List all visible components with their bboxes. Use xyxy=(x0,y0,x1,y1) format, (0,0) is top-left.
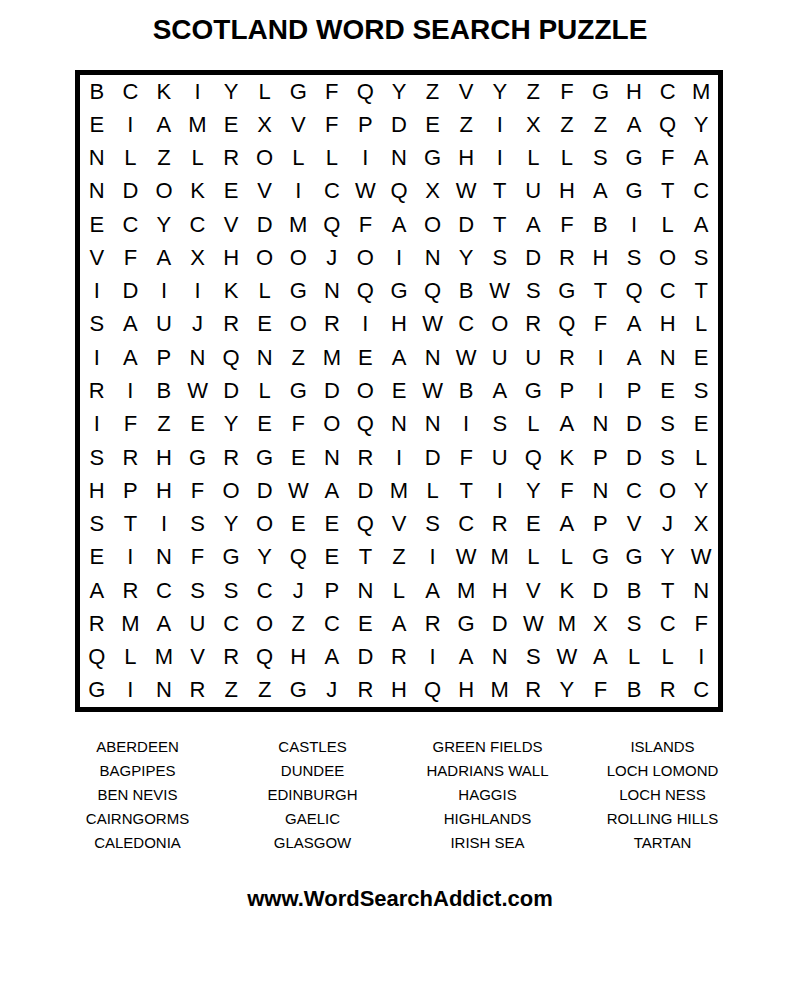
grid-cell-r16c11: A xyxy=(416,574,450,607)
grid-cell-r18c8: A xyxy=(315,640,349,673)
grid-cell-r12c5: R xyxy=(214,441,248,474)
grid-cell-r3c11: G xyxy=(416,142,450,175)
grid-cell-r16c16: D xyxy=(584,574,618,607)
grid-cell-r10c18: E xyxy=(651,374,685,407)
grid-cell-r7c18: C xyxy=(651,275,685,308)
grid-cell-r10c2: I xyxy=(114,374,148,407)
grid-cell-r14c14: E xyxy=(517,507,551,540)
grid-cell-r6c3: A xyxy=(147,241,181,274)
grid-cell-r4c9: W xyxy=(349,175,383,208)
grid-cell-r4c15: H xyxy=(550,175,584,208)
grid-cell-r18c15: W xyxy=(550,640,584,673)
grid-cell-r10c8: D xyxy=(315,374,349,407)
puzzle-letter-grid: BCKIYLGFQYZVYZFGHCMEIAMEXVFPDEZIXZZAQYNL… xyxy=(80,75,718,707)
grid-cell-r1c14: Z xyxy=(517,75,551,108)
grid-cell-r8c4: J xyxy=(181,308,215,341)
grid-cell-r5c16: B xyxy=(584,208,618,241)
grid-cell-r16c8: P xyxy=(315,574,349,607)
grid-cell-r12c17: D xyxy=(617,441,651,474)
grid-cell-r17c19: F xyxy=(684,607,718,640)
grid-cell-r6c7: O xyxy=(281,241,315,274)
grid-cell-r4c4: K xyxy=(181,175,215,208)
grid-cell-r13c17: C xyxy=(617,474,651,507)
grid-cell-r18c16: A xyxy=(584,640,618,673)
grid-cell-r3c5: R xyxy=(214,142,248,175)
grid-cell-r7c2: D xyxy=(114,275,148,308)
grid-cell-r2c2: I xyxy=(114,108,148,141)
grid-cell-r16c15: K xyxy=(550,574,584,607)
grid-cell-r9c3: P xyxy=(147,341,181,374)
grid-cell-r19c8: J xyxy=(315,674,349,707)
grid-cell-r10c7: G xyxy=(281,374,315,407)
grid-cell-r8c18: H xyxy=(651,308,685,341)
grid-cell-r5c17: I xyxy=(617,208,651,241)
grid-cell-r4c5: E xyxy=(214,175,248,208)
grid-cell-r6c1: V xyxy=(80,241,114,274)
grid-cell-r14c10: V xyxy=(382,507,416,540)
grid-cell-r11c17: D xyxy=(617,408,651,441)
grid-cell-r7c17: Q xyxy=(617,275,651,308)
grid-cell-r1c19: M xyxy=(684,75,718,108)
word-search-page: SCOTLAND WORD SEARCH PUZZLE BCKIYLGFQYZV… xyxy=(0,0,800,1000)
grid-cell-r4c8: C xyxy=(315,175,349,208)
grid-cell-r19c10: H xyxy=(382,674,416,707)
grid-cell-r8c19: L xyxy=(684,308,718,341)
grid-cell-r9c15: R xyxy=(550,341,584,374)
grid-cell-r19c7: G xyxy=(281,674,315,707)
grid-cell-r3c15: L xyxy=(550,142,584,175)
grid-cell-r1c4: I xyxy=(181,75,215,108)
grid-cell-r4c18: T xyxy=(651,175,685,208)
grid-cell-r4c16: A xyxy=(584,175,618,208)
grid-cell-r12c11: D xyxy=(416,441,450,474)
grid-cell-r19c2: I xyxy=(114,674,148,707)
grid-cell-r18c3: M xyxy=(147,640,181,673)
grid-cell-r8c7: O xyxy=(281,308,315,341)
grid-cell-r3c14: L xyxy=(517,142,551,175)
grid-cell-r1c9: Q xyxy=(349,75,383,108)
word-list-item: GREEN FIELDS xyxy=(400,735,575,759)
grid-cell-r13c3: H xyxy=(147,474,181,507)
grid-cell-r19c13: M xyxy=(483,674,517,707)
grid-cell-r12c12: F xyxy=(449,441,483,474)
grid-cell-r9c7: Z xyxy=(281,341,315,374)
grid-cell-r12c9: R xyxy=(349,441,383,474)
grid-cell-r6c19: S xyxy=(684,241,718,274)
word-list-column-3: GREEN FIELDSHADRIANS WALLHAGGISHIGHLANDS… xyxy=(400,735,575,855)
grid-cell-r7c6: L xyxy=(248,275,282,308)
grid-cell-r11c3: Z xyxy=(147,408,181,441)
grid-cell-r2c13: I xyxy=(483,108,517,141)
grid-cell-r12c6: G xyxy=(248,441,282,474)
grid-cell-r15c2: I xyxy=(114,541,148,574)
word-list-item: DUNDEE xyxy=(225,759,400,783)
grid-cell-r1c2: C xyxy=(114,75,148,108)
grid-cell-r8c16: F xyxy=(584,308,618,341)
word-list-item: HAGGIS xyxy=(400,783,575,807)
grid-cell-r13c6: D xyxy=(248,474,282,507)
grid-cell-r18c18: L xyxy=(651,640,685,673)
word-list-item: LOCH LOMOND xyxy=(575,759,750,783)
grid-cell-r3c8: L xyxy=(315,142,349,175)
grid-cell-r7c5: K xyxy=(214,275,248,308)
grid-cell-r17c14: W xyxy=(517,607,551,640)
word-list-item: IRISH SEA xyxy=(400,831,575,855)
grid-cell-r9c9: E xyxy=(349,341,383,374)
grid-cell-r14c7: E xyxy=(281,507,315,540)
grid-cell-r14c8: E xyxy=(315,507,349,540)
grid-cell-r11c14: L xyxy=(517,408,551,441)
grid-cell-r8c11: W xyxy=(416,308,450,341)
grid-cell-r18c1: Q xyxy=(80,640,114,673)
grid-cell-r4c3: O xyxy=(147,175,181,208)
grid-cell-r19c18: R xyxy=(651,674,685,707)
grid-cell-r5c7: M xyxy=(281,208,315,241)
grid-cell-r19c9: R xyxy=(349,674,383,707)
grid-cell-r6c6: O xyxy=(248,241,282,274)
grid-cell-r19c17: B xyxy=(617,674,651,707)
grid-cell-r15c12: W xyxy=(449,541,483,574)
grid-cell-r12c14: Q xyxy=(517,441,551,474)
word-list-item: CASTLES xyxy=(225,735,400,759)
grid-cell-r14c5: Y xyxy=(214,507,248,540)
grid-cell-r15c11: I xyxy=(416,541,450,574)
grid-cell-r18c5: R xyxy=(214,640,248,673)
word-list-item: ABERDEEN xyxy=(50,735,225,759)
grid-cell-r19c12: H xyxy=(449,674,483,707)
grid-cell-r17c17: S xyxy=(617,607,651,640)
grid-cell-r13c15: F xyxy=(550,474,584,507)
grid-cell-r6c13: S xyxy=(483,241,517,274)
grid-cell-r14c4: S xyxy=(181,507,215,540)
grid-cell-r9c16: I xyxy=(584,341,618,374)
grid-cell-r18c12: A xyxy=(449,640,483,673)
grid-cell-r15c7: Q xyxy=(281,541,315,574)
grid-cell-r13c5: O xyxy=(214,474,248,507)
grid-cell-r13c8: A xyxy=(315,474,349,507)
grid-cell-r6c5: H xyxy=(214,241,248,274)
grid-cell-r2c3: A xyxy=(147,108,181,141)
grid-cell-r12c16: P xyxy=(584,441,618,474)
grid-cell-r1c10: Y xyxy=(382,75,416,108)
grid-cell-r3c13: I xyxy=(483,142,517,175)
grid-cell-r11c2: F xyxy=(114,408,148,441)
grid-cell-r17c16: X xyxy=(584,607,618,640)
grid-cell-r10c9: O xyxy=(349,374,383,407)
grid-cell-r6c18: O xyxy=(651,241,685,274)
grid-cell-r12c1: S xyxy=(80,441,114,474)
grid-cell-r19c6: Z xyxy=(248,674,282,707)
grid-cell-r2c19: Y xyxy=(684,108,718,141)
grid-cell-r14c16: P xyxy=(584,507,618,540)
word-list-item: HADRIANS WALL xyxy=(400,759,575,783)
grid-cell-r5c2: C xyxy=(114,208,148,241)
grid-cell-r6c2: F xyxy=(114,241,148,274)
grid-cell-r6c9: O xyxy=(349,241,383,274)
grid-cell-r11c13: S xyxy=(483,408,517,441)
grid-cell-r9c18: N xyxy=(651,341,685,374)
grid-cell-r10c3: B xyxy=(147,374,181,407)
grid-cell-r14c13: R xyxy=(483,507,517,540)
grid-cell-r8c2: A xyxy=(114,308,148,341)
grid-cell-r19c14: R xyxy=(517,674,551,707)
grid-cell-r4c13: T xyxy=(483,175,517,208)
grid-cell-r4c17: G xyxy=(617,175,651,208)
grid-cell-r1c5: Y xyxy=(214,75,248,108)
grid-cell-r18c17: L xyxy=(617,640,651,673)
grid-cell-r9c4: N xyxy=(181,341,215,374)
grid-cell-r17c12: G xyxy=(449,607,483,640)
grid-cell-r13c14: Y xyxy=(517,474,551,507)
grid-cell-r3c7: L xyxy=(281,142,315,175)
grid-cell-r1c11: Z xyxy=(416,75,450,108)
grid-cell-r12c2: R xyxy=(114,441,148,474)
grid-cell-r6c14: D xyxy=(517,241,551,274)
grid-cell-r7c12: B xyxy=(449,275,483,308)
grid-cell-r12c7: E xyxy=(281,441,315,474)
page-title: SCOTLAND WORD SEARCH PUZZLE xyxy=(0,14,800,46)
grid-cell-r11c18: S xyxy=(651,408,685,441)
grid-cell-r16c17: B xyxy=(617,574,651,607)
grid-cell-r16c3: C xyxy=(147,574,181,607)
grid-cell-r11c4: E xyxy=(181,408,215,441)
grid-cell-r1c6: L xyxy=(248,75,282,108)
word-list-column-1: ABERDEENBAGPIPESBEN NEVISCAIRNGORMSCALED… xyxy=(50,735,225,855)
grid-cell-r13c13: I xyxy=(483,474,517,507)
word-list-item: TARTAN xyxy=(575,831,750,855)
grid-cell-r16c2: R xyxy=(114,574,148,607)
grid-cell-r14c12: C xyxy=(449,507,483,540)
grid-cell-r8c9: I xyxy=(349,308,383,341)
grid-cell-r17c7: Z xyxy=(281,607,315,640)
grid-cell-r11c12: I xyxy=(449,408,483,441)
grid-cell-r10c10: E xyxy=(382,374,416,407)
grid-cell-r10c11: W xyxy=(416,374,450,407)
grid-cell-r11c15: A xyxy=(550,408,584,441)
grid-cell-r7c14: S xyxy=(517,275,551,308)
grid-cell-r3c16: S xyxy=(584,142,618,175)
grid-cell-r19c5: Z xyxy=(214,674,248,707)
grid-cell-r5c1: E xyxy=(80,208,114,241)
grid-cell-r17c8: C xyxy=(315,607,349,640)
grid-cell-r9c2: A xyxy=(114,341,148,374)
grid-cell-r11c19: E xyxy=(684,408,718,441)
word-list-item: GAELIC xyxy=(225,807,400,831)
grid-cell-r16c19: N xyxy=(684,574,718,607)
grid-cell-r17c2: M xyxy=(114,607,148,640)
grid-cell-r9c14: U xyxy=(517,341,551,374)
grid-cell-r3c19: A xyxy=(684,142,718,175)
grid-cell-r8c15: Q xyxy=(550,308,584,341)
grid-cell-r11c9: Q xyxy=(349,408,383,441)
grid-cell-r10c12: B xyxy=(449,374,483,407)
grid-cell-r12c4: G xyxy=(181,441,215,474)
grid-cell-r13c12: T xyxy=(449,474,483,507)
word-list: ABERDEENBAGPIPESBEN NEVISCAIRNGORMSCALED… xyxy=(50,735,750,855)
grid-cell-r12c8: N xyxy=(315,441,349,474)
grid-cell-r8c8: R xyxy=(315,308,349,341)
grid-cell-r18c10: R xyxy=(382,640,416,673)
grid-cell-r2c18: Q xyxy=(651,108,685,141)
grid-cell-r5c14: A xyxy=(517,208,551,241)
grid-cell-r5c6: D xyxy=(248,208,282,241)
grid-cell-r6c12: Y xyxy=(449,241,483,274)
word-list-item: BEN NEVIS xyxy=(50,783,225,807)
grid-cell-r4c10: Q xyxy=(382,175,416,208)
grid-cell-r16c4: S xyxy=(181,574,215,607)
grid-cell-r18c2: L xyxy=(114,640,148,673)
grid-cell-r17c15: M xyxy=(550,607,584,640)
grid-cell-r15c3: N xyxy=(147,541,181,574)
grid-cell-r15c17: G xyxy=(617,541,651,574)
grid-cell-r14c3: I xyxy=(147,507,181,540)
grid-cell-r1c17: H xyxy=(617,75,651,108)
grid-cell-r13c16: N xyxy=(584,474,618,507)
grid-cell-r5c3: Y xyxy=(147,208,181,241)
grid-cell-r16c14: V xyxy=(517,574,551,607)
grid-cell-r17c10: A xyxy=(382,607,416,640)
grid-cell-r7c15: G xyxy=(550,275,584,308)
grid-cell-r16c5: S xyxy=(214,574,248,607)
grid-cell-r3c17: G xyxy=(617,142,651,175)
grid-cell-r4c19: C xyxy=(684,175,718,208)
grid-cell-r18c9: D xyxy=(349,640,383,673)
grid-cell-r7c3: I xyxy=(147,275,181,308)
grid-cell-r18c4: V xyxy=(181,640,215,673)
grid-cell-r19c4: R xyxy=(181,674,215,707)
grid-cell-r18c19: I xyxy=(684,640,718,673)
word-list-item: BAGPIPES xyxy=(50,759,225,783)
grid-cell-r18c11: I xyxy=(416,640,450,673)
grid-cell-r5c15: F xyxy=(550,208,584,241)
grid-cell-r1c1: B xyxy=(80,75,114,108)
grid-cell-r10c16: I xyxy=(584,374,618,407)
grid-cell-r15c8: E xyxy=(315,541,349,574)
grid-cell-r2c10: D xyxy=(382,108,416,141)
grid-cell-r11c7: F xyxy=(281,408,315,441)
grid-cell-r5c12: D xyxy=(449,208,483,241)
grid-cell-r11c16: N xyxy=(584,408,618,441)
grid-cell-r8c17: A xyxy=(617,308,651,341)
grid-cell-r16c7: J xyxy=(281,574,315,607)
word-list-item: EDINBURGH xyxy=(225,783,400,807)
grid-cell-r8c5: R xyxy=(214,308,248,341)
grid-cell-r8c6: E xyxy=(248,308,282,341)
grid-cell-r15c1: E xyxy=(80,541,114,574)
grid-cell-r10c5: D xyxy=(214,374,248,407)
grid-cell-r5c11: O xyxy=(416,208,450,241)
grid-cell-r2c12: Z xyxy=(449,108,483,141)
grid-cell-r3c6: O xyxy=(248,142,282,175)
grid-cell-r2c8: F xyxy=(315,108,349,141)
grid-cell-r19c1: G xyxy=(80,674,114,707)
grid-cell-r3c12: H xyxy=(449,142,483,175)
grid-cell-r9c6: N xyxy=(248,341,282,374)
grid-cell-r7c13: W xyxy=(483,275,517,308)
grid-cell-r13c7: W xyxy=(281,474,315,507)
grid-cell-r2c15: Z xyxy=(550,108,584,141)
grid-cell-r3c4: L xyxy=(181,142,215,175)
grid-cell-r1c16: G xyxy=(584,75,618,108)
grid-cell-r17c1: R xyxy=(80,607,114,640)
grid-cell-r16c9: N xyxy=(349,574,383,607)
grid-cell-r8c10: H xyxy=(382,308,416,341)
grid-cell-r7c8: N xyxy=(315,275,349,308)
grid-cell-r4c14: U xyxy=(517,175,551,208)
grid-cell-r5c13: T xyxy=(483,208,517,241)
word-list-item: CAIRNGORMS xyxy=(50,807,225,831)
grid-cell-r10c1: R xyxy=(80,374,114,407)
grid-cell-r17c3: A xyxy=(147,607,181,640)
grid-cell-r6c10: I xyxy=(382,241,416,274)
grid-cell-r5c19: A xyxy=(684,208,718,241)
grid-cell-r10c14: G xyxy=(517,374,551,407)
grid-cell-r3c10: N xyxy=(382,142,416,175)
word-list-item: LOCH NESS xyxy=(575,783,750,807)
grid-cell-r14c6: O xyxy=(248,507,282,540)
grid-cell-r15c15: L xyxy=(550,541,584,574)
grid-cell-r17c9: E xyxy=(349,607,383,640)
grid-cell-r19c11: Q xyxy=(416,674,450,707)
grid-cell-r16c6: C xyxy=(248,574,282,607)
grid-cell-r11c6: E xyxy=(248,408,282,441)
grid-cell-r13c1: H xyxy=(80,474,114,507)
grid-cell-r5c8: Q xyxy=(315,208,349,241)
grid-cell-r12c3: H xyxy=(147,441,181,474)
grid-cell-r1c8: F xyxy=(315,75,349,108)
grid-cell-r2c1: E xyxy=(80,108,114,141)
grid-cell-r3c3: Z xyxy=(147,142,181,175)
grid-cell-r10c19: S xyxy=(684,374,718,407)
grid-cell-r7c11: Q xyxy=(416,275,450,308)
grid-cell-r9c19: E xyxy=(684,341,718,374)
grid-cell-r11c10: N xyxy=(382,408,416,441)
grid-cell-r2c17: A xyxy=(617,108,651,141)
grid-cell-r14c9: Q xyxy=(349,507,383,540)
grid-cell-r15c9: T xyxy=(349,541,383,574)
grid-cell-r18c7: H xyxy=(281,640,315,673)
grid-cell-r2c9: P xyxy=(349,108,383,141)
grid-cell-r9c11: N xyxy=(416,341,450,374)
grid-cell-r8c13: O xyxy=(483,308,517,341)
grid-cell-r6c16: H xyxy=(584,241,618,274)
grid-cell-r15c19: W xyxy=(684,541,718,574)
word-list-item: ROLLING HILLS xyxy=(575,807,750,831)
grid-cell-r6c11: N xyxy=(416,241,450,274)
grid-cell-r15c16: G xyxy=(584,541,618,574)
grid-cell-r19c16: F xyxy=(584,674,618,707)
grid-cell-r5c10: A xyxy=(382,208,416,241)
grid-cell-r9c10: A xyxy=(382,341,416,374)
grid-cell-r1c18: C xyxy=(651,75,685,108)
grid-cell-r11c1: I xyxy=(80,408,114,441)
grid-cell-r9c12: W xyxy=(449,341,483,374)
grid-cell-r5c9: F xyxy=(349,208,383,241)
grid-cell-r12c19: L xyxy=(684,441,718,474)
grid-cell-r2c16: Z xyxy=(584,108,618,141)
grid-cell-r1c3: K xyxy=(147,75,181,108)
grid-cell-r10c4: W xyxy=(181,374,215,407)
website-url-text: www.WordSearchAddict.com xyxy=(0,886,800,912)
grid-cell-r14c18: J xyxy=(651,507,685,540)
word-list-column-4: ISLANDSLOCH LOMONDLOCH NESSROLLING HILLS… xyxy=(575,735,750,855)
grid-cell-r17c6: O xyxy=(248,607,282,640)
grid-cell-r8c12: C xyxy=(449,308,483,341)
grid-cell-r13c11: L xyxy=(416,474,450,507)
grid-cell-r7c7: G xyxy=(281,275,315,308)
grid-cell-r3c18: F xyxy=(651,142,685,175)
grid-cell-r14c2: T xyxy=(114,507,148,540)
